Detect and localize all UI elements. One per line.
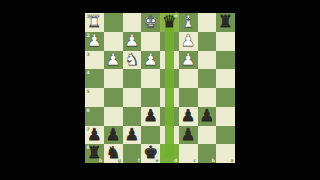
file-label-a: a	[230, 158, 233, 163]
square-g2[interactable]	[104, 32, 123, 51]
best-move-star-icon: ★	[173, 12, 180, 20]
rank-label-3: 3	[87, 52, 90, 57]
square-a2[interactable]	[216, 32, 235, 51]
rank-label-4: 4	[87, 70, 90, 75]
square-f6[interactable]	[123, 107, 142, 126]
white-pawn-c3[interactable]: ♟	[179, 51, 198, 70]
black-king-e8[interactable]: ♚	[141, 144, 160, 163]
square-f7[interactable]: ♟	[123, 126, 142, 145]
square-c3[interactable]: ♟	[179, 51, 198, 70]
square-b5[interactable]	[198, 88, 217, 107]
chess-board: 1♜♚♛★♝♜2♟♟♟3♟♞♟♟456♟♟♟7♟♟♟♟8h♜g♞fe♚dcba	[85, 13, 235, 163]
rank-label-5: 5	[87, 89, 90, 94]
square-c1[interactable]: ♝	[179, 13, 198, 32]
square-g1[interactable]	[104, 13, 123, 32]
white-knight-f3[interactable]: ♞	[123, 51, 142, 70]
black-pawn-b6[interactable]: ♟	[198, 107, 217, 126]
file-label-f: f	[138, 158, 140, 163]
black-rook-h8[interactable]: ♜	[85, 144, 104, 163]
square-f1[interactable]	[123, 13, 142, 32]
square-c6[interactable]: ♟	[179, 107, 198, 126]
white-pawn-g3[interactable]: ♟	[104, 51, 123, 70]
square-g5[interactable]	[104, 88, 123, 107]
rank-label-6: 6	[87, 108, 90, 113]
file-label-b: b	[211, 158, 214, 163]
square-f2[interactable]: ♟	[123, 32, 142, 51]
white-pawn-f2[interactable]: ♟	[123, 32, 142, 51]
square-c4[interactable]	[179, 69, 198, 88]
square-e1[interactable]: ♚	[141, 13, 160, 32]
white-pawn-e3[interactable]: ♟	[141, 51, 160, 70]
black-pawn-f7[interactable]: ♟	[123, 126, 142, 145]
square-e8[interactable]: e♚	[141, 144, 160, 163]
square-a1[interactable]: ♜	[216, 13, 235, 32]
square-a8[interactable]: a	[216, 144, 235, 163]
square-h7[interactable]: 7♟	[85, 126, 104, 145]
square-a7[interactable]	[216, 126, 235, 145]
square-b6[interactable]: ♟	[198, 107, 217, 126]
square-h5[interactable]: 5	[85, 88, 104, 107]
square-c5[interactable]	[179, 88, 198, 107]
black-pawn-e6[interactable]: ♟	[141, 107, 160, 126]
black-pawn-g7[interactable]: ♟	[104, 126, 123, 145]
square-a6[interactable]	[216, 107, 235, 126]
square-e5[interactable]	[141, 88, 160, 107]
square-d1[interactable]: ♛★	[160, 13, 179, 32]
square-h4[interactable]: 4	[85, 69, 104, 88]
square-e7[interactable]	[141, 126, 160, 145]
square-h2[interactable]: 2♟	[85, 32, 104, 51]
square-h8[interactable]: 8h♜	[85, 144, 104, 163]
square-g7[interactable]: ♟	[104, 126, 123, 145]
move-arrow	[165, 22, 174, 157]
black-rook-a1[interactable]: ♜	[216, 13, 235, 32]
square-c2[interactable]: ♟	[179, 32, 198, 51]
square-e3[interactable]: ♟	[141, 51, 160, 70]
black-pawn-c6[interactable]: ♟	[179, 107, 198, 126]
square-g3[interactable]: ♟	[104, 51, 123, 70]
square-b8[interactable]: b	[198, 144, 217, 163]
square-h3[interactable]: 3	[85, 51, 104, 70]
black-pawn-h7[interactable]: ♟	[85, 126, 104, 145]
square-h1[interactable]: 1♜	[85, 13, 104, 32]
square-f3[interactable]: ♞	[123, 51, 142, 70]
square-e2[interactable]	[141, 32, 160, 51]
square-g8[interactable]: g♞	[104, 144, 123, 163]
square-h6[interactable]: 6	[85, 107, 104, 126]
square-b4[interactable]	[198, 69, 217, 88]
file-label-d: d	[174, 158, 177, 163]
video-frame: 1♜♚♛★♝♜2♟♟♟3♟♞♟♟456♟♟♟7♟♟♟♟8h♜g♞fe♚dcba	[0, 0, 320, 180]
square-b2[interactable]	[198, 32, 217, 51]
square-b3[interactable]	[198, 51, 217, 70]
square-a5[interactable]	[216, 88, 235, 107]
square-f5[interactable]	[123, 88, 142, 107]
white-rook-h1[interactable]: ♜	[85, 13, 104, 32]
white-king-e1[interactable]: ♚	[141, 13, 160, 32]
white-pawn-c2[interactable]: ♟	[179, 32, 198, 51]
square-b1[interactable]	[198, 13, 217, 32]
white-bishop-c1[interactable]: ♝	[179, 13, 198, 32]
square-e4[interactable]	[141, 69, 160, 88]
square-f8[interactable]: f	[123, 144, 142, 163]
file-label-c: c	[193, 158, 196, 163]
square-g4[interactable]	[104, 69, 123, 88]
black-knight-g8[interactable]: ♞	[104, 144, 123, 163]
square-c8[interactable]: c	[179, 144, 198, 163]
square-a4[interactable]	[216, 69, 235, 88]
white-pawn-h2[interactable]: ♟	[85, 32, 104, 51]
square-b7[interactable]	[198, 126, 217, 145]
square-f4[interactable]	[123, 69, 142, 88]
black-pawn-c7[interactable]: ♟	[179, 126, 198, 145]
square-g6[interactable]	[104, 107, 123, 126]
square-a3[interactable]	[216, 51, 235, 70]
square-c7[interactable]: ♟	[179, 126, 198, 145]
square-e6[interactable]: ♟	[141, 107, 160, 126]
